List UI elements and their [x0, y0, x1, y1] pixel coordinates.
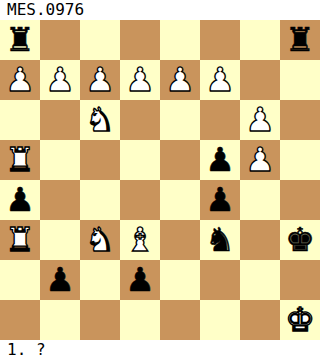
square-d6[interactable] — [120, 100, 160, 140]
square-f3[interactable]: ♞ — [200, 220, 240, 260]
square-f5[interactable]: ♟ — [200, 140, 240, 180]
square-d2[interactable]: ♟ — [120, 260, 160, 300]
square-b3[interactable] — [40, 220, 80, 260]
piece-white-pawn: ♟ — [5, 60, 35, 100]
puzzle-id: MES.0976 — [7, 0, 84, 20]
square-a8[interactable]: ♜ — [0, 20, 40, 60]
square-f2[interactable] — [200, 260, 240, 300]
square-b1[interactable] — [40, 300, 80, 340]
square-c2[interactable] — [80, 260, 120, 300]
square-h6[interactable] — [280, 100, 320, 140]
square-c8[interactable] — [80, 20, 120, 60]
piece-black-pawn: ♟ — [45, 260, 75, 300]
piece-white-knight: ♞ — [85, 220, 115, 260]
square-h8[interactable]: ♜ — [280, 20, 320, 60]
square-e1[interactable] — [160, 300, 200, 340]
square-a4[interactable]: ♟ — [0, 180, 40, 220]
square-c1[interactable] — [80, 300, 120, 340]
square-b8[interactable] — [40, 20, 80, 60]
piece-black-pawn: ♟ — [125, 260, 155, 300]
piece-white-pawn: ♟ — [125, 60, 155, 100]
square-h5[interactable] — [280, 140, 320, 180]
square-d3[interactable]: ♝ — [120, 220, 160, 260]
square-a2[interactable] — [0, 260, 40, 300]
square-e5[interactable] — [160, 140, 200, 180]
square-a1[interactable] — [0, 300, 40, 340]
square-e7[interactable]: ♟ — [160, 60, 200, 100]
square-g3[interactable] — [240, 220, 280, 260]
square-c3[interactable]: ♞ — [80, 220, 120, 260]
square-h2[interactable] — [280, 260, 320, 300]
square-g5[interactable]: ♟ — [240, 140, 280, 180]
piece-black-rook: ♜ — [285, 20, 315, 60]
square-g8[interactable] — [240, 20, 280, 60]
chess-board: ♜♜♟♟♟♟♟♟♞♟♜♟♟♟♟♜♞♝♞♚♟♟♚ — [0, 20, 320, 340]
piece-white-pawn: ♟ — [45, 60, 75, 100]
square-e8[interactable] — [160, 20, 200, 60]
square-b6[interactable] — [40, 100, 80, 140]
piece-white-bishop: ♝ — [125, 220, 155, 260]
square-g7[interactable] — [240, 60, 280, 100]
piece-black-rook: ♜ — [5, 20, 35, 60]
square-d7[interactable]: ♟ — [120, 60, 160, 100]
piece-white-pawn: ♟ — [245, 100, 275, 140]
square-d4[interactable] — [120, 180, 160, 220]
square-b4[interactable] — [40, 180, 80, 220]
square-c5[interactable] — [80, 140, 120, 180]
square-h7[interactable] — [280, 60, 320, 100]
square-b5[interactable] — [40, 140, 80, 180]
piece-black-pawn: ♟ — [5, 180, 35, 220]
square-c6[interactable]: ♞ — [80, 100, 120, 140]
square-b2[interactable]: ♟ — [40, 260, 80, 300]
square-a3[interactable]: ♜ — [0, 220, 40, 260]
piece-white-pawn: ♟ — [85, 60, 115, 100]
square-e2[interactable] — [160, 260, 200, 300]
square-h4[interactable] — [280, 180, 320, 220]
square-e4[interactable] — [160, 180, 200, 220]
piece-white-king: ♚ — [285, 300, 315, 340]
square-e6[interactable] — [160, 100, 200, 140]
square-g2[interactable] — [240, 260, 280, 300]
square-b7[interactable]: ♟ — [40, 60, 80, 100]
square-a5[interactable]: ♜ — [0, 140, 40, 180]
piece-black-knight: ♞ — [205, 220, 235, 260]
piece-black-pawn: ♟ — [205, 180, 235, 220]
square-c4[interactable] — [80, 180, 120, 220]
square-h1[interactable]: ♚ — [280, 300, 320, 340]
piece-white-pawn: ♟ — [205, 60, 235, 100]
piece-white-knight: ♞ — [85, 100, 115, 140]
square-d8[interactable] — [120, 20, 160, 60]
piece-white-pawn: ♟ — [165, 60, 195, 100]
square-d1[interactable] — [120, 300, 160, 340]
square-h3[interactable]: ♚ — [280, 220, 320, 260]
piece-white-rook: ♜ — [5, 220, 35, 260]
square-g6[interactable]: ♟ — [240, 100, 280, 140]
square-f4[interactable]: ♟ — [200, 180, 240, 220]
square-f6[interactable] — [200, 100, 240, 140]
square-a6[interactable] — [0, 100, 40, 140]
square-c7[interactable]: ♟ — [80, 60, 120, 100]
piece-black-pawn: ♟ — [205, 140, 235, 180]
piece-white-pawn: ♟ — [245, 140, 275, 180]
square-f7[interactable]: ♟ — [200, 60, 240, 100]
move-prompt: 1. ? — [7, 340, 46, 360]
square-g1[interactable] — [240, 300, 280, 340]
square-a7[interactable]: ♟ — [0, 60, 40, 100]
piece-white-rook: ♜ — [5, 140, 35, 180]
square-d5[interactable] — [120, 140, 160, 180]
square-f8[interactable] — [200, 20, 240, 60]
square-f1[interactable] — [200, 300, 240, 340]
square-g4[interactable] — [240, 180, 280, 220]
square-e3[interactable] — [160, 220, 200, 260]
piece-black-king: ♚ — [285, 220, 315, 260]
